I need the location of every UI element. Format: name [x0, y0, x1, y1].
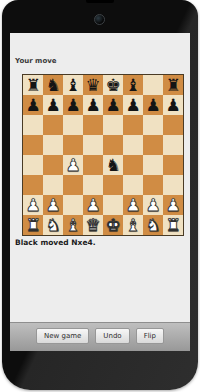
- white-pawn[interactable]: ♟: [85, 196, 100, 213]
- square-f4[interactable]: [123, 155, 143, 175]
- square-f2[interactable]: ♟: [123, 195, 143, 215]
- black-rook[interactable]: ♜: [25, 76, 40, 93]
- square-b2[interactable]: ♟: [43, 195, 63, 215]
- white-rook[interactable]: ♜: [165, 216, 180, 233]
- square-g8[interactable]: [143, 75, 163, 95]
- square-f1[interactable]: ♝: [123, 215, 143, 235]
- square-a8[interactable]: ♜: [23, 75, 43, 95]
- square-f7[interactable]: ♟: [123, 95, 143, 115]
- black-pawn[interactable]: ♟: [105, 96, 120, 113]
- white-pawn[interactable]: ♟: [65, 156, 80, 173]
- white-queen[interactable]: ♛: [85, 216, 100, 233]
- black-pawn[interactable]: ♟: [85, 96, 100, 113]
- square-g4[interactable]: [143, 155, 163, 175]
- square-f5[interactable]: [123, 135, 143, 155]
- square-b5[interactable]: [43, 135, 63, 155]
- phone-frame: Your move ♜♞♝♛♚♝♜♟♟♟♟♟♟♟♟♟♞♟♟♟♟♟♟♜♞♝♛♚♝♞…: [2, 0, 198, 390]
- black-pawn[interactable]: ♟: [65, 96, 80, 113]
- square-b6[interactable]: [43, 115, 63, 135]
- front-camera-icon: [94, 14, 105, 25]
- square-a3[interactable]: [23, 175, 43, 195]
- square-b3[interactable]: [43, 175, 63, 195]
- black-knight[interactable]: ♞: [45, 76, 60, 93]
- page: Your move ♜♞♝♛♚♝♜♟♟♟♟♟♟♟♟♟♞♟♟♟♟♟♟♜♞♝♛♚♝♞…: [0, 0, 200, 392]
- square-b1[interactable]: ♞: [43, 215, 63, 235]
- square-e1[interactable]: ♚: [103, 215, 123, 235]
- square-f3[interactable]: [123, 175, 143, 195]
- action-button-bar: New game Undo Flip: [10, 322, 190, 351]
- square-c5[interactable]: [63, 135, 83, 155]
- white-king[interactable]: ♚: [105, 216, 120, 233]
- square-h2[interactable]: ♟: [163, 195, 183, 215]
- turn-status-label: Your move: [15, 57, 57, 65]
- last-move-label: Black moved Nxe4.: [15, 238, 96, 247]
- square-d2[interactable]: ♟: [83, 195, 103, 215]
- square-a1[interactable]: ♜: [23, 215, 43, 235]
- white-rook[interactable]: ♜: [25, 216, 40, 233]
- square-a7[interactable]: ♟: [23, 95, 43, 115]
- black-pawn[interactable]: ♟: [165, 96, 180, 113]
- black-pawn[interactable]: ♟: [145, 96, 160, 113]
- square-g3[interactable]: [143, 175, 163, 195]
- square-c7[interactable]: ♟: [63, 95, 83, 115]
- white-pawn[interactable]: ♟: [25, 196, 40, 213]
- black-knight[interactable]: ♞: [105, 156, 120, 173]
- white-bishop[interactable]: ♝: [65, 216, 80, 233]
- square-d4[interactable]: [83, 155, 103, 175]
- square-a2[interactable]: ♟: [23, 195, 43, 215]
- square-f8[interactable]: ♝: [123, 75, 143, 95]
- white-pawn[interactable]: ♟: [125, 196, 140, 213]
- square-c8[interactable]: ♝: [63, 75, 83, 95]
- square-h5[interactable]: [163, 135, 183, 155]
- new-game-button[interactable]: New game: [36, 328, 89, 344]
- square-d5[interactable]: [83, 135, 103, 155]
- app-screen: Your move ♜♞♝♛♚♝♜♟♟♟♟♟♟♟♟♟♞♟♟♟♟♟♟♜♞♝♛♚♝♞…: [10, 33, 190, 351]
- square-e2[interactable]: [103, 195, 123, 215]
- square-b4[interactable]: [43, 155, 63, 175]
- square-e4[interactable]: ♞: [103, 155, 123, 175]
- white-knight[interactable]: ♞: [45, 216, 60, 233]
- square-h6[interactable]: [163, 115, 183, 135]
- square-d1[interactable]: ♛: [83, 215, 103, 235]
- square-e6[interactable]: [103, 115, 123, 135]
- white-pawn[interactable]: ♟: [145, 196, 160, 213]
- white-pawn[interactable]: ♟: [165, 196, 180, 213]
- square-b8[interactable]: ♞: [43, 75, 63, 95]
- square-g6[interactable]: [143, 115, 163, 135]
- square-d6[interactable]: [83, 115, 103, 135]
- black-pawn[interactable]: ♟: [125, 96, 140, 113]
- square-c4[interactable]: ♟: [63, 155, 83, 175]
- square-d8[interactable]: ♛: [83, 75, 103, 95]
- square-e7[interactable]: ♟: [103, 95, 123, 115]
- square-a5[interactable]: [23, 135, 43, 155]
- white-knight[interactable]: ♞: [145, 216, 160, 233]
- black-king[interactable]: ♚: [105, 76, 120, 93]
- square-h3[interactable]: [163, 175, 183, 195]
- square-a6[interactable]: [23, 115, 43, 135]
- square-h1[interactable]: ♜: [163, 215, 183, 235]
- square-c6[interactable]: [63, 115, 83, 135]
- square-c3[interactable]: [63, 175, 83, 195]
- square-h8[interactable]: ♜: [163, 75, 183, 95]
- square-f6[interactable]: [123, 115, 143, 135]
- square-h4[interactable]: [163, 155, 183, 175]
- square-e8[interactable]: ♚: [103, 75, 123, 95]
- white-bishop[interactable]: ♝: [125, 216, 140, 233]
- square-h7[interactable]: ♟: [163, 95, 183, 115]
- square-e5[interactable]: [103, 135, 123, 155]
- square-e3[interactable]: [103, 175, 123, 195]
- square-g1[interactable]: ♞: [143, 215, 163, 235]
- black-bishop[interactable]: ♝: [125, 76, 140, 93]
- square-b7[interactable]: ♟: [43, 95, 63, 115]
- square-g7[interactable]: ♟: [143, 95, 163, 115]
- square-g5[interactable]: [143, 135, 163, 155]
- black-queen[interactable]: ♛: [85, 76, 100, 93]
- square-c2[interactable]: [63, 195, 83, 215]
- speaker-slit: [86, 0, 114, 3]
- square-a4[interactable]: [23, 155, 43, 175]
- black-rook[interactable]: ♜: [165, 76, 180, 93]
- square-d3[interactable]: [83, 175, 103, 195]
- chess-board: ♜♞♝♛♚♝♜♟♟♟♟♟♟♟♟♟♞♟♟♟♟♟♟♜♞♝♛♚♝♞♜: [22, 74, 184, 236]
- undo-button[interactable]: Undo: [95, 328, 129, 344]
- black-pawn[interactable]: ♟: [45, 96, 60, 113]
- black-pawn[interactable]: ♟: [25, 96, 40, 113]
- white-pawn[interactable]: ♟: [45, 196, 60, 213]
- flip-button[interactable]: Flip: [136, 328, 164, 344]
- black-bishop[interactable]: ♝: [65, 76, 80, 93]
- square-d7[interactable]: ♟: [83, 95, 103, 115]
- square-g2[interactable]: ♟: [143, 195, 163, 215]
- square-c1[interactable]: ♝: [63, 215, 83, 235]
